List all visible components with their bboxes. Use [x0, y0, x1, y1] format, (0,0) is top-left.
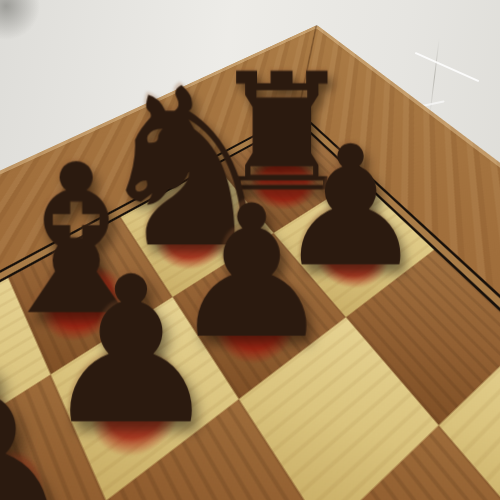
wall-scuff-mark — [415, 52, 480, 82]
chess-board — [0, 0, 500, 500]
photo-stage: ♜♟♞♟♝♟♟♟ — [0, 0, 500, 500]
board-squares — [0, 0, 500, 500]
